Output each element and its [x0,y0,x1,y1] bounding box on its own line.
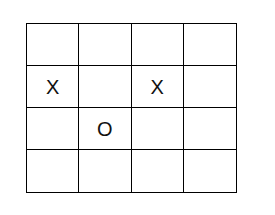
cell-r3c3[interactable] [184,150,236,192]
cell-r2c0[interactable] [27,108,79,150]
cell-r2c3[interactable] [184,108,236,150]
x-mark: X [150,77,163,97]
cell-r2c1[interactable]: O [79,108,131,150]
cell-r0c0[interactable] [27,24,79,66]
cell-r1c1[interactable] [79,66,131,108]
x-mark: X [46,77,59,97]
cell-r3c1[interactable] [79,150,131,192]
cell-r0c2[interactable] [132,24,184,66]
o-mark: O [97,119,113,139]
cell-r1c3[interactable] [184,66,236,108]
cell-r1c0[interactable]: X [27,66,79,108]
game-board: X X O [26,23,237,193]
cell-r3c0[interactable] [27,150,79,192]
cell-r3c2[interactable] [132,150,184,192]
cell-r1c2[interactable]: X [132,66,184,108]
cell-r2c2[interactable] [132,108,184,150]
cell-r0c3[interactable] [184,24,236,66]
cell-r0c1[interactable] [79,24,131,66]
